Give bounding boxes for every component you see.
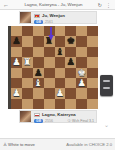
square-a7[interactable]: ♟ [11, 36, 22, 46]
title-badge-bottom: GM [34, 119, 43, 123]
square-g3[interactable]: ♟ [76, 78, 87, 88]
square-h7[interactable] [87, 36, 98, 46]
square-c6[interactable] [33, 47, 44, 57]
status-bar: ♙White to move Available in CHOICE 2.0 [0, 138, 115, 150]
promo-label[interactable]: Available in CHOICE 2.0 [66, 142, 112, 147]
player-rating-bottom: 2556 [45, 119, 53, 123]
app-bar: ← Lagno, Kateryna - Ju, Wenjun ↻ ⋮ [0, 0, 115, 10]
square-a1[interactable] [11, 99, 22, 109]
title-badge-top: GM [34, 20, 43, 24]
square-a5[interactable]: ♟ [11, 57, 22, 67]
square-d5[interactable] [44, 57, 55, 67]
white-bishop-c3[interactable]: ♝ [33, 78, 44, 88]
square-e2[interactable]: ♟ [55, 88, 66, 98]
square-e8[interactable] [55, 26, 66, 36]
black-king-f7[interactable]: ♚ [65, 36, 76, 46]
black-rook-d7[interactable]: ♜ [44, 36, 55, 46]
square-g5[interactable] [76, 57, 87, 67]
square-g2[interactable] [76, 88, 87, 98]
square-c7[interactable] [33, 36, 44, 46]
square-f7[interactable]: ♚ [65, 36, 76, 46]
player-card-bottom[interactable]: Lagno, Kateryna GM 2556 ⓘWch Final 3.1 [19, 110, 97, 123]
square-f2[interactable] [65, 88, 76, 98]
square-h5[interactable] [87, 57, 98, 67]
square-d6[interactable] [44, 47, 55, 57]
square-b7[interactable] [22, 36, 33, 46]
square-f1[interactable] [65, 99, 76, 109]
app-screen: ← Lagno, Kateryna - Ju, Wenjun ↻ ⋮ Ju, W… [0, 0, 115, 150]
square-f3[interactable] [65, 78, 76, 88]
white-pawn-a2[interactable]: ♟ [11, 88, 22, 98]
square-e1[interactable] [55, 99, 66, 109]
square-e5[interactable] [55, 57, 66, 67]
square-c8[interactable] [33, 26, 44, 36]
square-f5[interactable]: ♟ [65, 57, 76, 67]
square-e4[interactable] [55, 68, 66, 78]
square-a4[interactable] [11, 68, 22, 78]
square-h3[interactable] [87, 78, 98, 88]
square-b1[interactable] [22, 99, 33, 109]
square-d1[interactable] [44, 99, 55, 109]
square-b8[interactable] [22, 26, 33, 36]
square-d2[interactable] [44, 88, 55, 98]
black-bishop-e6[interactable]: ♝ [55, 47, 66, 57]
white-pawn-g3[interactable]: ♟ [76, 78, 87, 88]
player-name-top: Ju, Wenjun [42, 13, 65, 18]
white-rook-b5[interactable]: ♜ [22, 57, 33, 67]
white-pawn-e2[interactable]: ♟ [55, 88, 66, 98]
square-h4[interactable] [87, 68, 98, 78]
move-status: ♙White to move [3, 142, 35, 147]
square-e6[interactable]: ♝ [55, 47, 66, 57]
square-g8[interactable] [76, 26, 87, 36]
square-a2[interactable]: ♟ [11, 88, 22, 98]
white-pawn-a5[interactable]: ♟ [11, 57, 22, 67]
square-h6[interactable] [87, 47, 98, 57]
square-g6[interactable] [76, 47, 87, 57]
square-g1[interactable] [76, 99, 87, 109]
event-label: ⓘWch Final 3.1 [67, 119, 94, 123]
square-b2[interactable] [22, 88, 33, 98]
black-pawn-a7[interactable]: ♟ [11, 36, 22, 46]
chess-board[interactable]: ♟♜♚♝♟♜♟♟♚♝♟♟♟ [11, 26, 98, 109]
black-pawn-f5[interactable]: ♟ [65, 57, 76, 67]
player-name-bottom: Lagno, Kateryna [42, 112, 76, 117]
square-b3[interactable] [22, 78, 33, 88]
square-b5[interactable]: ♜ [22, 57, 33, 67]
avatar [20, 111, 31, 122]
panel-line [103, 80, 110, 82]
square-c2[interactable] [33, 88, 44, 98]
panel-line [103, 87, 110, 89]
square-d3[interactable] [44, 78, 55, 88]
square-h1[interactable] [87, 99, 98, 109]
square-h8[interactable] [87, 26, 98, 36]
info-icon: ⓘ [67, 119, 71, 123]
player-rating-top: 2561 [45, 20, 53, 24]
square-d4[interactable] [44, 68, 55, 78]
square-b4[interactable] [22, 68, 33, 78]
square-d7[interactable]: ♜ [44, 36, 55, 46]
flag-china-icon [34, 14, 40, 18]
square-g7[interactable] [76, 36, 87, 46]
chevron-down-icon[interactable]: ⌄ [104, 122, 109, 128]
overflow-menu-icon[interactable]: ⋮ [106, 0, 111, 10]
player-card-top[interactable]: Ju, Wenjun GM 2561 [19, 11, 97, 24]
refresh-icon[interactable]: ↻ [98, 0, 102, 10]
white-pawn-icon: ♙ [3, 142, 7, 147]
side-panel-button[interactable] [100, 75, 113, 96]
game-title: Lagno, Kateryna - Ju, Wenjun [9, 2, 98, 7]
square-c3[interactable]: ♝ [33, 78, 44, 88]
square-c1[interactable] [33, 99, 44, 109]
square-h2[interactable] [87, 88, 98, 98]
square-f4[interactable] [65, 68, 76, 78]
flag-russia-icon [34, 113, 40, 117]
square-c5[interactable] [33, 57, 44, 67]
avatar [20, 12, 31, 23]
